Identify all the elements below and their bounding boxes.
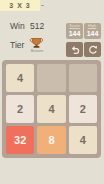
win-value: 512 [30,21,44,31]
empty-cell [69,64,97,92]
bronze-trophy-icon [29,37,44,48]
tier-value: Bronze [28,48,46,53]
high-score-value: 144 [87,30,99,38]
high-score-box: High 144 [84,23,101,39]
tile-4: 4 [6,64,34,92]
tile-4: 4 [69,126,97,154]
tile-4: 4 [37,95,65,123]
score-box: Score 144 [66,23,83,39]
board-size-tab[interactable]: 3 X 3 [0,0,40,11]
game-app: 3 X 3 Win 512 Tier Bronze Score 144 High… [0,0,104,184]
undo-button[interactable] [66,42,83,57]
tile-8: 8 [37,126,65,154]
board-size-label: 3 X 3 [9,2,30,9]
tier-label: Tier [10,40,24,50]
banner-dash [41,5,44,6]
tile-32: 32 [6,126,34,154]
tile-2: 2 [6,95,34,123]
win-target-text: Win 512 [10,21,44,31]
board-grid[interactable]: 42423284 [2,60,101,158]
refresh-circle-icon [88,45,98,55]
score-label: Score [69,24,79,28]
high-score-label: High [88,24,96,28]
win-label: Win [10,21,25,31]
score-value: 144 [69,30,81,38]
restart-button[interactable] [84,42,101,57]
undo-arrow-icon [70,45,80,55]
tile-2: 2 [69,95,97,123]
empty-cell [37,64,65,92]
